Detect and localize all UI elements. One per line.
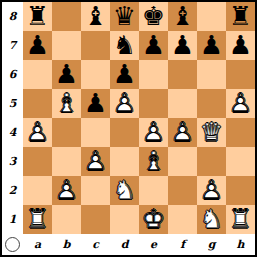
black-piece-glyph: ♟ (52, 60, 81, 89)
white-piece-outline: ♘ (110, 176, 139, 205)
square-a8[interactable]: ♜ (23, 2, 52, 31)
white-piece-outline: ♗ (52, 89, 81, 118)
piece-white-pawn: ♟♙ (226, 89, 255, 118)
black-piece-glyph: ♜ (23, 2, 52, 31)
file-label-h: h (226, 235, 255, 254)
piece-white-pawn: ♟♙ (110, 89, 139, 118)
piece-white-pawn: ♟♙ (81, 147, 110, 176)
file-label-a: a (23, 235, 52, 254)
black-piece-glyph: ♟ (226, 31, 255, 60)
piece-black-rook: ♜ (23, 2, 52, 31)
black-piece-glyph: ♟ (168, 31, 197, 60)
square-b5[interactable]: ♝♗ (52, 89, 81, 118)
square-f2[interactable] (168, 176, 197, 205)
square-c7[interactable] (81, 31, 110, 60)
square-d3[interactable] (110, 147, 139, 176)
square-g1[interactable]: ♞♘ (197, 205, 226, 234)
file-label-e: e (139, 235, 168, 254)
black-piece-glyph: ♟ (23, 31, 52, 60)
rank-label-8: 8 (2, 2, 23, 31)
square-f5[interactable] (168, 89, 197, 118)
piece-white-rook: ♜♖ (23, 205, 52, 234)
white-piece-outline: ♔ (139, 205, 168, 234)
rank-label-7: 7 (2, 31, 23, 60)
square-d2[interactable]: ♞♘ (110, 176, 139, 205)
piece-black-king: ♚ (139, 2, 168, 31)
square-b6[interactable]: ♟ (52, 60, 81, 89)
rank-labels: 87654321 (2, 2, 23, 234)
square-f3[interactable] (168, 147, 197, 176)
chess-diagram: 87654321 ♜♝♛♚♝♜♟♞♟♟♟♟♟♟♝♗♟♟♙♟♙♟♙♟♙♟♙♛♕♟♙… (0, 0, 257, 257)
white-piece-outline: ♕ (197, 118, 226, 147)
piece-black-pawn: ♟ (197, 31, 226, 60)
file-label-d: d (110, 235, 139, 254)
square-d8[interactable]: ♛ (110, 2, 139, 31)
square-e8[interactable]: ♚ (139, 2, 168, 31)
black-piece-glyph: ♟ (81, 89, 110, 118)
square-b7[interactable] (52, 31, 81, 60)
white-piece-fill: ♛ (197, 118, 226, 147)
piece-white-queen: ♛♕ (197, 118, 226, 147)
piece-black-knight: ♞ (110, 31, 139, 60)
black-piece-glyph: ♟ (197, 31, 226, 60)
piece-white-pawn: ♟♙ (197, 176, 226, 205)
square-e1[interactable]: ♚♔ (139, 205, 168, 234)
white-piece-fill: ♟ (226, 89, 255, 118)
square-a6[interactable] (23, 60, 52, 89)
square-g2[interactable]: ♟♙ (197, 176, 226, 205)
piece-white-pawn: ♟♙ (23, 118, 52, 147)
white-piece-outline: ♙ (139, 118, 168, 147)
white-piece-outline: ♖ (226, 205, 255, 234)
white-piece-outline: ♗ (139, 147, 168, 176)
square-a5[interactable] (23, 89, 52, 118)
black-piece-glyph: ♟ (139, 31, 168, 60)
piece-black-pawn: ♟ (52, 60, 81, 89)
square-d4[interactable] (110, 118, 139, 147)
square-h4[interactable] (226, 118, 255, 147)
black-piece-glyph: ♞ (110, 31, 139, 60)
piece-black-pawn: ♟ (226, 31, 255, 60)
square-c2[interactable] (81, 176, 110, 205)
square-g6[interactable] (197, 60, 226, 89)
white-piece-outline: ♙ (197, 176, 226, 205)
square-f7[interactable]: ♟ (168, 31, 197, 60)
square-c5[interactable]: ♟ (81, 89, 110, 118)
black-piece-glyph: ♚ (139, 2, 168, 31)
rank-label-4: 4 (2, 118, 23, 147)
square-b4[interactable] (52, 118, 81, 147)
square-a7[interactable]: ♟ (23, 31, 52, 60)
file-label-b: b (52, 235, 81, 254)
rank-label-5: 5 (2, 89, 23, 118)
piece-black-rook: ♜ (226, 2, 255, 31)
square-f8[interactable]: ♝ (168, 2, 197, 31)
square-g8[interactable] (197, 2, 226, 31)
white-piece-fill: ♟ (23, 118, 52, 147)
piece-white-pawn: ♟♙ (52, 176, 81, 205)
square-g5[interactable] (197, 89, 226, 118)
white-to-move-icon (5, 237, 20, 252)
square-d5[interactable]: ♟♙ (110, 89, 139, 118)
black-piece-glyph: ♝ (81, 2, 110, 31)
square-h3[interactable] (226, 147, 255, 176)
white-piece-fill: ♜ (23, 205, 52, 234)
file-label-c: c (81, 235, 110, 254)
white-piece-fill: ♚ (139, 205, 168, 234)
white-piece-outline: ♘ (197, 205, 226, 234)
rank-label-6: 6 (2, 60, 23, 89)
side-to-move-indicator (2, 234, 23, 255)
square-b2[interactable]: ♟♙ (52, 176, 81, 205)
white-piece-fill: ♝ (52, 89, 81, 118)
square-e4[interactable]: ♟♙ (139, 118, 168, 147)
file-label-f: f (168, 235, 197, 254)
square-d6[interactable]: ♟ (110, 60, 139, 89)
square-e5[interactable] (139, 89, 168, 118)
piece-white-pawn: ♟♙ (139, 118, 168, 147)
white-piece-outline: ♙ (81, 147, 110, 176)
square-g7[interactable]: ♟ (197, 31, 226, 60)
piece-black-queen: ♛ (110, 2, 139, 31)
square-e7[interactable]: ♟ (139, 31, 168, 60)
piece-white-knight: ♞♘ (110, 176, 139, 205)
white-piece-outline: ♙ (110, 89, 139, 118)
white-piece-fill: ♟ (81, 147, 110, 176)
rank-label-3: 3 (2, 147, 23, 176)
white-piece-fill: ♟ (168, 118, 197, 147)
black-piece-glyph: ♝ (168, 2, 197, 31)
square-a2[interactable] (23, 176, 52, 205)
piece-black-pawn: ♟ (168, 31, 197, 60)
square-h6[interactable] (226, 60, 255, 89)
white-piece-fill: ♟ (197, 176, 226, 205)
piece-white-king: ♚♔ (139, 205, 168, 234)
square-c4[interactable] (81, 118, 110, 147)
square-c8[interactable]: ♝ (81, 2, 110, 31)
piece-black-bishop: ♝ (168, 2, 197, 31)
piece-white-bishop: ♝♗ (52, 89, 81, 118)
white-piece-fill: ♟ (139, 118, 168, 147)
black-piece-glyph: ♛ (110, 2, 139, 31)
file-labels: abcdefgh (23, 235, 255, 254)
square-d1[interactable] (110, 205, 139, 234)
square-b3[interactable] (52, 147, 81, 176)
black-piece-glyph: ♜ (226, 2, 255, 31)
square-h2[interactable] (226, 176, 255, 205)
rank-label-2: 2 (2, 176, 23, 205)
square-c3[interactable]: ♟♙ (81, 147, 110, 176)
piece-white-bishop: ♝♗ (139, 147, 168, 176)
white-piece-fill: ♞ (197, 205, 226, 234)
white-piece-outline: ♙ (226, 89, 255, 118)
piece-black-pawn: ♟ (23, 31, 52, 60)
square-b8[interactable] (52, 2, 81, 31)
square-h5[interactable]: ♟♙ (226, 89, 255, 118)
white-piece-outline: ♖ (23, 205, 52, 234)
square-d7[interactable]: ♞ (110, 31, 139, 60)
white-piece-fill: ♝ (139, 147, 168, 176)
piece-black-pawn: ♟ (110, 60, 139, 89)
square-e2[interactable] (139, 176, 168, 205)
square-b1[interactable] (52, 205, 81, 234)
piece-black-pawn: ♟ (81, 89, 110, 118)
white-piece-fill: ♟ (110, 89, 139, 118)
square-h8[interactable]: ♜ (226, 2, 255, 31)
square-g3[interactable] (197, 147, 226, 176)
square-f6[interactable] (168, 60, 197, 89)
rank-label-1: 1 (2, 205, 23, 234)
white-piece-fill: ♞ (110, 176, 139, 205)
square-h7[interactable]: ♟ (226, 31, 255, 60)
piece-black-bishop: ♝ (81, 2, 110, 31)
square-e3[interactable]: ♝♗ (139, 147, 168, 176)
square-f1[interactable] (168, 205, 197, 234)
white-piece-fill: ♜ (226, 205, 255, 234)
square-e6[interactable] (139, 60, 168, 89)
white-piece-outline: ♙ (168, 118, 197, 147)
square-c6[interactable] (81, 60, 110, 89)
black-piece-glyph: ♟ (110, 60, 139, 89)
white-piece-fill: ♟ (52, 176, 81, 205)
piece-white-rook: ♜♖ (226, 205, 255, 234)
square-a1[interactable]: ♜♖ (23, 205, 52, 234)
white-piece-outline: ♙ (52, 176, 81, 205)
square-a3[interactable] (23, 147, 52, 176)
square-h1[interactable]: ♜♖ (226, 205, 255, 234)
file-label-g: g (197, 235, 226, 254)
piece-white-knight: ♞♘ (197, 205, 226, 234)
square-c1[interactable] (81, 205, 110, 234)
piece-white-pawn: ♟♙ (168, 118, 197, 147)
square-a4[interactable]: ♟♙ (23, 118, 52, 147)
piece-black-pawn: ♟ (139, 31, 168, 60)
white-piece-outline: ♙ (23, 118, 52, 147)
chess-board: ♜♝♛♚♝♜♟♞♟♟♟♟♟♟♝♗♟♟♙♟♙♟♙♟♙♟♙♛♕♟♙♝♗♟♙♞♘♟♙♜… (23, 2, 255, 234)
square-f4[interactable]: ♟♙ (168, 118, 197, 147)
square-g4[interactable]: ♛♕ (197, 118, 226, 147)
